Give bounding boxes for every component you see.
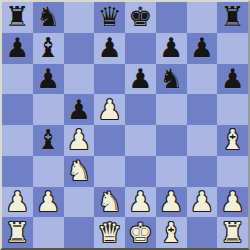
square-b3[interactable] xyxy=(33,156,64,187)
square-e6[interactable]: ♟ xyxy=(125,64,156,95)
square-c7[interactable] xyxy=(64,33,95,64)
black-pawn-piece: ♟ xyxy=(98,33,122,63)
square-h2[interactable]: ♟ xyxy=(217,187,248,218)
white-pawn-piece: ♟ xyxy=(98,95,122,125)
square-d3[interactable] xyxy=(94,156,125,187)
square-f7[interactable]: ♟ xyxy=(156,33,187,64)
white-pawn-piece: ♟ xyxy=(67,125,91,155)
square-a8[interactable]: ♜ xyxy=(2,2,33,33)
square-g6[interactable] xyxy=(187,64,218,95)
square-g2[interactable]: ♟ xyxy=(187,187,218,218)
square-c5[interactable]: ♟ xyxy=(64,94,95,125)
square-h3[interactable] xyxy=(217,156,248,187)
square-b5[interactable] xyxy=(33,94,64,125)
square-b4[interactable]: ♝ xyxy=(33,125,64,156)
square-c4[interactable]: ♟ xyxy=(64,125,95,156)
square-g5[interactable] xyxy=(187,94,218,125)
square-g8[interactable] xyxy=(187,2,218,33)
chess-board: ♜♞♛♚♜♟♝♟♟♟♟♟♞♟♟♟♝♟♝♞♟♟♞♟♟♟♟♜♛♚♝♜ xyxy=(2,2,248,248)
square-d7[interactable]: ♟ xyxy=(94,33,125,64)
black-knight-piece: ♞ xyxy=(159,64,183,94)
black-bishop-piece: ♝ xyxy=(36,125,60,155)
white-queen-piece: ♛ xyxy=(98,218,122,248)
square-c2[interactable] xyxy=(64,187,95,218)
square-a6[interactable] xyxy=(2,64,33,95)
white-pawn-piece: ♟ xyxy=(221,187,245,217)
black-queen-piece: ♛ xyxy=(98,2,122,32)
square-b7[interactable]: ♝ xyxy=(33,33,64,64)
square-e4[interactable] xyxy=(125,125,156,156)
white-pawn-piece: ♟ xyxy=(128,187,152,217)
square-f2[interactable]: ♟ xyxy=(156,187,187,218)
black-pawn-piece: ♟ xyxy=(67,95,91,125)
black-bishop-piece: ♝ xyxy=(36,33,60,63)
square-d1[interactable]: ♛ xyxy=(94,217,125,248)
black-pawn-piece: ♟ xyxy=(159,33,183,63)
square-e5[interactable] xyxy=(125,94,156,125)
black-pawn-piece: ♟ xyxy=(5,33,29,63)
black-pawn-piece: ♟ xyxy=(190,33,214,63)
square-a4[interactable] xyxy=(2,125,33,156)
black-rook-piece: ♜ xyxy=(5,2,29,32)
square-e3[interactable] xyxy=(125,156,156,187)
square-h4[interactable]: ♝ xyxy=(217,125,248,156)
square-g3[interactable] xyxy=(187,156,218,187)
black-knight-piece: ♞ xyxy=(36,2,60,32)
square-f3[interactable] xyxy=(156,156,187,187)
square-e1[interactable]: ♚ xyxy=(125,217,156,248)
square-f6[interactable]: ♞ xyxy=(156,64,187,95)
square-h7[interactable] xyxy=(217,33,248,64)
square-a5[interactable] xyxy=(2,94,33,125)
square-f4[interactable] xyxy=(156,125,187,156)
square-d4[interactable] xyxy=(94,125,125,156)
square-h5[interactable] xyxy=(217,94,248,125)
square-d2[interactable]: ♞ xyxy=(94,187,125,218)
square-f1[interactable]: ♝ xyxy=(156,217,187,248)
black-pawn-piece: ♟ xyxy=(36,64,60,94)
square-g4[interactable] xyxy=(187,125,218,156)
white-bishop-piece: ♝ xyxy=(159,218,183,248)
square-h1[interactable]: ♜ xyxy=(217,217,248,248)
square-d6[interactable] xyxy=(94,64,125,95)
white-bishop-piece: ♝ xyxy=(221,125,245,155)
white-knight-piece: ♞ xyxy=(98,187,122,217)
square-h8[interactable]: ♜ xyxy=(217,2,248,33)
square-c3[interactable]: ♞ xyxy=(64,156,95,187)
black-pawn-piece: ♟ xyxy=(221,64,245,94)
square-d5[interactable]: ♟ xyxy=(94,94,125,125)
square-e2[interactable]: ♟ xyxy=(125,187,156,218)
square-d8[interactable]: ♛ xyxy=(94,2,125,33)
square-f5[interactable] xyxy=(156,94,187,125)
white-pawn-piece: ♟ xyxy=(36,187,60,217)
white-pawn-piece: ♟ xyxy=(159,187,183,217)
square-a7[interactable]: ♟ xyxy=(2,33,33,64)
black-king-piece: ♚ xyxy=(128,2,152,32)
white-king-piece: ♚ xyxy=(128,218,152,248)
white-pawn-piece: ♟ xyxy=(5,187,29,217)
white-pawn-piece: ♟ xyxy=(190,187,214,217)
square-g7[interactable]: ♟ xyxy=(187,33,218,64)
square-a1[interactable]: ♜ xyxy=(2,217,33,248)
square-b1[interactable] xyxy=(33,217,64,248)
square-h6[interactable]: ♟ xyxy=(217,64,248,95)
white-rook-piece: ♜ xyxy=(5,218,29,248)
square-g1[interactable] xyxy=(187,217,218,248)
white-rook-piece: ♜ xyxy=(221,218,245,248)
square-f8[interactable] xyxy=(156,2,187,33)
black-rook-piece: ♜ xyxy=(221,2,245,32)
square-e8[interactable]: ♚ xyxy=(125,2,156,33)
square-e7[interactable] xyxy=(125,33,156,64)
black-pawn-piece: ♟ xyxy=(128,64,152,94)
square-b8[interactable]: ♞ xyxy=(33,2,64,33)
white-knight-piece: ♞ xyxy=(67,156,91,186)
chess-board-frame: ♜♞♛♚♜♟♝♟♟♟♟♟♞♟♟♟♝♟♝♞♟♟♞♟♟♟♟♜♛♚♝♜ xyxy=(0,0,250,250)
square-c6[interactable] xyxy=(64,64,95,95)
square-b2[interactable]: ♟ xyxy=(33,187,64,218)
square-a2[interactable]: ♟ xyxy=(2,187,33,218)
square-a3[interactable] xyxy=(2,156,33,187)
square-c1[interactable] xyxy=(64,217,95,248)
square-b6[interactable]: ♟ xyxy=(33,64,64,95)
square-c8[interactable] xyxy=(64,2,95,33)
